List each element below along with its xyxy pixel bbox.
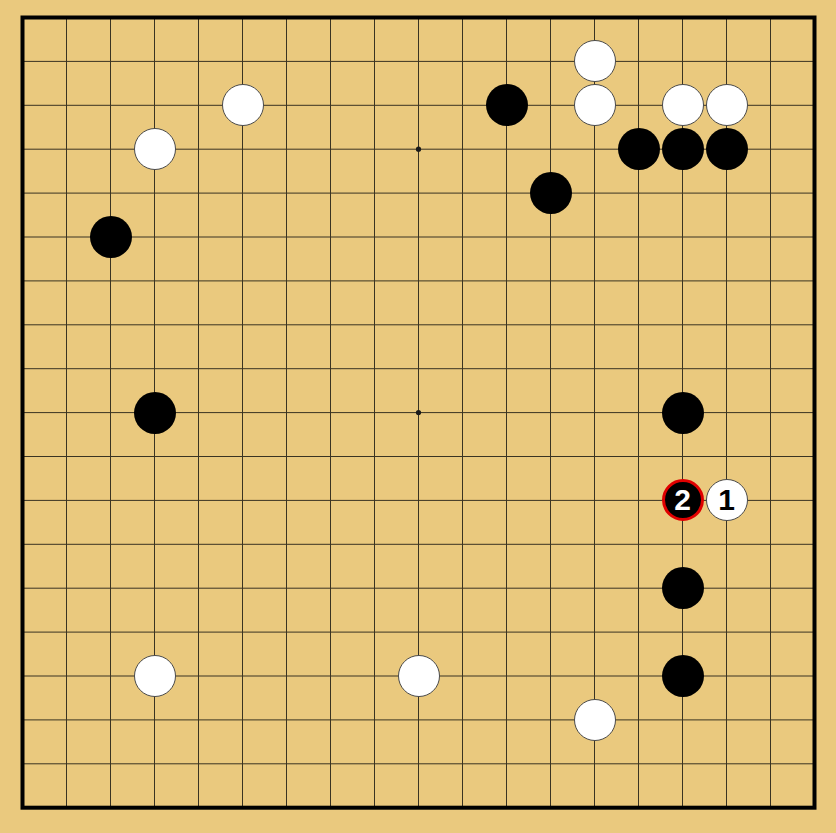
white-stone-r17 <box>706 84 748 126</box>
black-stone-m17 <box>486 84 528 126</box>
white-stone-f17 <box>222 84 264 126</box>
black-stone-q6 <box>662 567 704 609</box>
stone-layer: 21 <box>1 0 836 829</box>
black-stone-d10 <box>134 392 176 434</box>
black-stone-n15 <box>530 172 572 214</box>
white-stone-d16 <box>134 128 176 170</box>
black-stone-r16 <box>706 128 748 170</box>
white-stone-o17 <box>574 84 616 126</box>
white-stone-q17 <box>662 84 704 126</box>
move-number-2: 2 <box>674 485 691 515</box>
white-stone-o18 <box>574 40 616 82</box>
black-stone-q10 <box>662 392 704 434</box>
black-stone-q16 <box>662 128 704 170</box>
move-number-1: 1 <box>718 485 735 515</box>
white-stone-k4 <box>398 655 440 697</box>
black-stone-p16 <box>618 128 660 170</box>
go-board: 21 <box>0 0 836 833</box>
black-stone-q4 <box>662 655 704 697</box>
black-stone-c14 <box>90 216 132 258</box>
white-stone-r8: 1 <box>706 479 748 521</box>
white-stone-o3 <box>574 699 616 741</box>
black-stone-q8: 2 <box>662 479 704 521</box>
white-stone-d4 <box>134 655 176 697</box>
